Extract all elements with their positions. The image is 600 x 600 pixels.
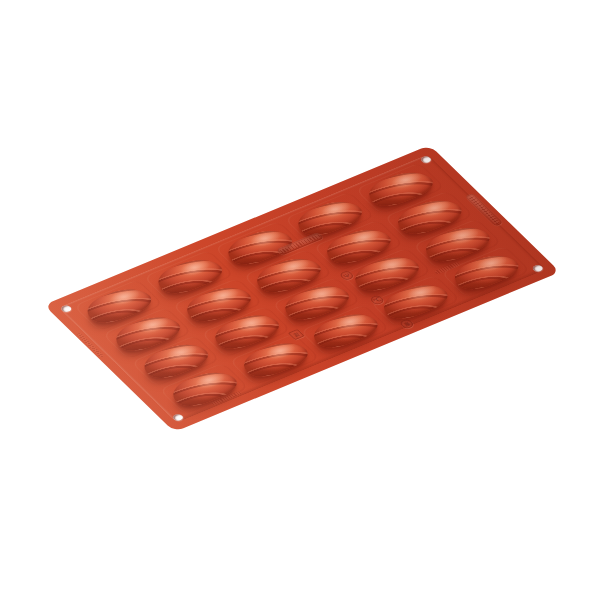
cavity-grid bbox=[73, 162, 531, 414]
embossed-edge-text bbox=[76, 333, 104, 358]
corner-hole bbox=[419, 155, 432, 164]
silicone-madeleine-mould: Ψ ℃ ❋ ≣ bbox=[44, 145, 560, 432]
corner-hole bbox=[60, 304, 73, 313]
corner-hole bbox=[531, 264, 544, 273]
photo-background: Ψ ℃ ❋ ≣ bbox=[0, 0, 600, 600]
corner-hole bbox=[171, 413, 184, 422]
